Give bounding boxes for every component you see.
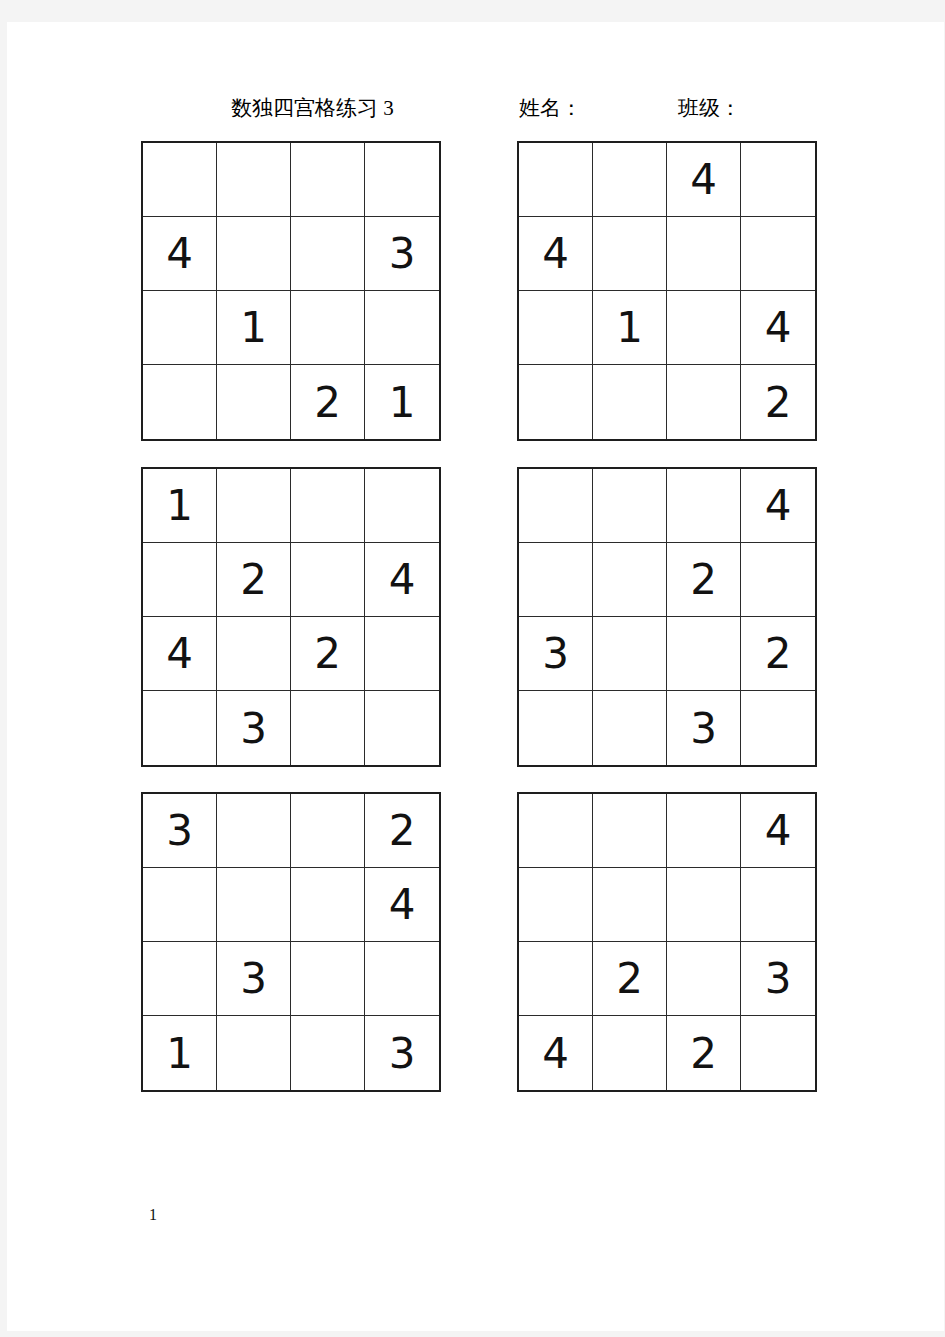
- cell-r4c4: [741, 691, 815, 765]
- sudoku-grid-5: 324313: [141, 792, 441, 1092]
- worksheet-page: { "game": "sudoku-4x4-worksheet", "heade…: [0, 0, 945, 1337]
- cell-r1c3: 4: [667, 143, 741, 217]
- cell-r3c4: 2: [741, 617, 815, 691]
- cell-r3c4: [365, 617, 439, 691]
- cell-r3c4: 3: [741, 942, 815, 1016]
- cell-r2c1: [143, 543, 217, 617]
- cell-r2c2: [593, 543, 667, 617]
- cell-r4c1: [519, 691, 593, 765]
- sudoku-grid-4: 42323: [517, 467, 817, 767]
- cell-r4c2: [593, 691, 667, 765]
- cell-r2c3: [291, 868, 365, 942]
- cell-r1c2: [593, 794, 667, 868]
- cell-r4c3: 2: [667, 1016, 741, 1090]
- cell-r4c4: 2: [741, 365, 815, 439]
- cell-r3c2: 1: [217, 291, 291, 365]
- cell-r4c1: [519, 365, 593, 439]
- sudoku-grid-2: 44142: [517, 141, 817, 441]
- cell-r4c4: 1: [365, 365, 439, 439]
- cell-r2c1: [143, 868, 217, 942]
- cell-r1c4: [365, 143, 439, 217]
- cell-r4c3: [291, 1016, 365, 1090]
- name-label: 姓名：: [519, 96, 582, 121]
- page-number: 1: [149, 1206, 157, 1224]
- cell-r3c2: 3: [217, 942, 291, 1016]
- cell-r2c1: [519, 543, 593, 617]
- cell-r1c3: [667, 794, 741, 868]
- cell-r1c4: 4: [741, 794, 815, 868]
- cell-r3c4: [365, 291, 439, 365]
- cell-r4c3: 2: [291, 365, 365, 439]
- cell-r3c3: [667, 617, 741, 691]
- cell-r4c1: [143, 365, 217, 439]
- cell-r3c1: [143, 942, 217, 1016]
- cell-r1c4: [741, 143, 815, 217]
- cell-r3c4: 4: [741, 291, 815, 365]
- cell-r4c4: 3: [365, 1016, 439, 1090]
- cell-r4c2: [217, 365, 291, 439]
- cell-r1c1: [519, 794, 593, 868]
- cell-r1c1: [519, 143, 593, 217]
- sudoku-grid-3: 124423: [141, 467, 441, 767]
- cell-r4c2: [593, 365, 667, 439]
- cell-r2c2: [593, 217, 667, 291]
- cell-r2c3: 2: [667, 543, 741, 617]
- cell-r2c3: [667, 868, 741, 942]
- cell-r3c1: 4: [143, 617, 217, 691]
- cell-r2c2: [593, 868, 667, 942]
- cell-r1c1: 1: [143, 469, 217, 543]
- cell-r3c3: 2: [291, 617, 365, 691]
- sudoku-grid-1: 43121: [141, 141, 441, 441]
- cell-r1c2: [217, 143, 291, 217]
- cell-r3c3: [667, 291, 741, 365]
- cell-r2c3: [667, 217, 741, 291]
- cell-r4c2: 3: [217, 691, 291, 765]
- cell-r1c2: [593, 143, 667, 217]
- cell-r4c1: [143, 691, 217, 765]
- cell-r1c3: [667, 469, 741, 543]
- cell-r3c2: 1: [593, 291, 667, 365]
- cell-r1c2: [217, 469, 291, 543]
- cell-r1c1: [519, 469, 593, 543]
- cell-r2c3: [291, 543, 365, 617]
- cell-r1c4: [365, 469, 439, 543]
- cell-r2c2: [217, 217, 291, 291]
- cell-r1c1: 3: [143, 794, 217, 868]
- cell-r4c3: [667, 365, 741, 439]
- cell-r4c3: [291, 691, 365, 765]
- cell-r2c1: 4: [143, 217, 217, 291]
- cell-r1c4: 2: [365, 794, 439, 868]
- cell-r2c1: [519, 868, 593, 942]
- cell-r4c3: 3: [667, 691, 741, 765]
- cell-r3c3: [291, 942, 365, 1016]
- cell-r1c1: [143, 143, 217, 217]
- cell-r3c2: 2: [593, 942, 667, 1016]
- cell-r3c4: [365, 942, 439, 1016]
- cell-r4c2: [593, 1016, 667, 1090]
- cell-r2c2: [217, 868, 291, 942]
- sudoku-grid-6: 42342: [517, 792, 817, 1092]
- cell-r1c2: [217, 794, 291, 868]
- cell-r2c4: 4: [365, 543, 439, 617]
- cell-r1c2: [593, 469, 667, 543]
- cell-r3c1: 3: [519, 617, 593, 691]
- cell-r3c3: [291, 291, 365, 365]
- cell-r3c1: [519, 291, 593, 365]
- cell-r3c1: [143, 291, 217, 365]
- cell-r1c4: 4: [741, 469, 815, 543]
- cell-r2c4: [741, 868, 815, 942]
- cell-r4c4: [365, 691, 439, 765]
- cell-r2c1: 4: [519, 217, 593, 291]
- cell-r3c3: [667, 942, 741, 1016]
- cell-r1c3: [291, 794, 365, 868]
- cell-r1c3: [291, 469, 365, 543]
- cell-r3c1: [519, 942, 593, 1016]
- cell-r3c2: [593, 617, 667, 691]
- cell-r4c1: 4: [519, 1016, 593, 1090]
- cell-r2c3: [291, 217, 365, 291]
- cell-r2c4: 3: [365, 217, 439, 291]
- cell-r4c1: 1: [143, 1016, 217, 1090]
- cell-r3c2: [217, 617, 291, 691]
- cell-r2c4: [741, 543, 815, 617]
- class-label: 班级：: [678, 96, 741, 121]
- cell-r2c4: 4: [365, 868, 439, 942]
- page-title: 数独四宫格练习 3: [231, 96, 394, 121]
- cell-r2c2: 2: [217, 543, 291, 617]
- cell-r4c2: [217, 1016, 291, 1090]
- cell-r1c3: [291, 143, 365, 217]
- cell-r2c4: [741, 217, 815, 291]
- cell-r4c4: [741, 1016, 815, 1090]
